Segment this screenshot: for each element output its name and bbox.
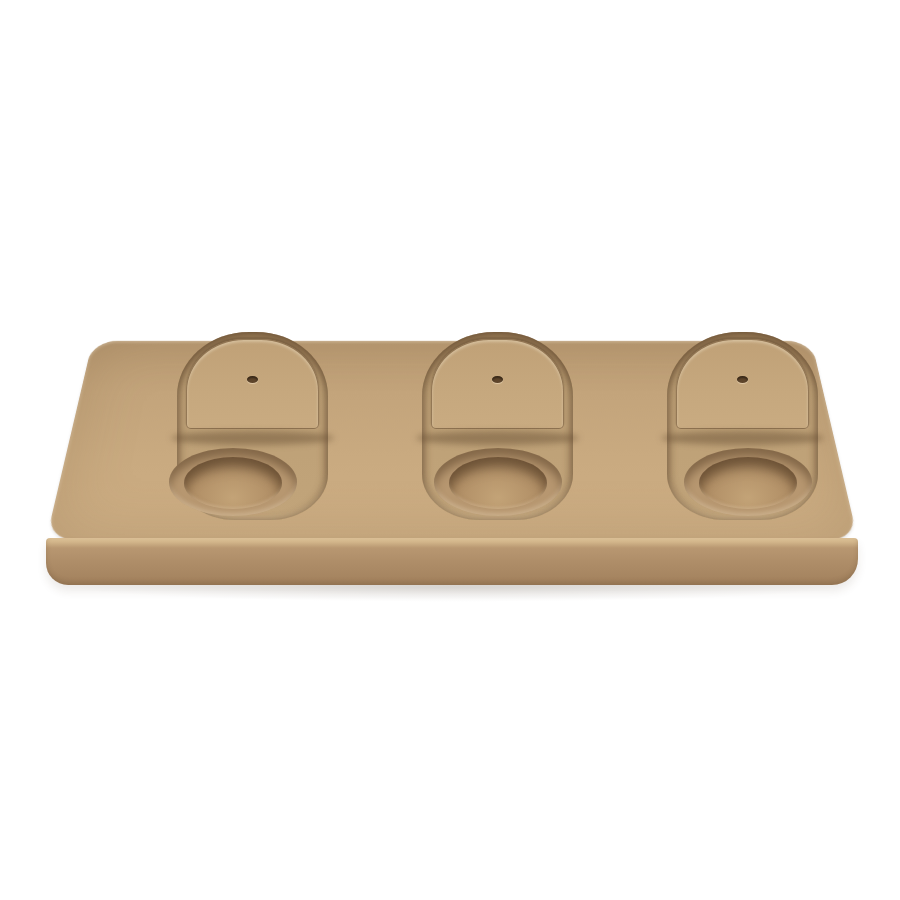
treat-well-right-bowl [699, 457, 797, 509]
compartment-grid [175, 329, 820, 525]
finger-hole-icon [247, 376, 258, 383]
compartment-left-slider-cover[interactable] [186, 339, 319, 429]
treat-well-middle-bowl [449, 457, 547, 509]
treat-well-left-bowl [184, 457, 282, 509]
compartment-left [175, 329, 330, 525]
finger-hole-icon [737, 376, 748, 383]
product-photo-scene [0, 0, 900, 900]
finger-hole-icon [492, 376, 503, 383]
compartment-right [665, 329, 820, 525]
rod-shadow [661, 431, 824, 445]
rod-shadow [171, 431, 334, 445]
compartment-middle-slider-cover[interactable] [431, 339, 564, 429]
puzzle-board-front-edge [46, 538, 858, 585]
compartment-middle [420, 329, 575, 525]
compartment-right-slider-cover[interactable] [676, 339, 809, 429]
rod-shadow [416, 431, 579, 445]
